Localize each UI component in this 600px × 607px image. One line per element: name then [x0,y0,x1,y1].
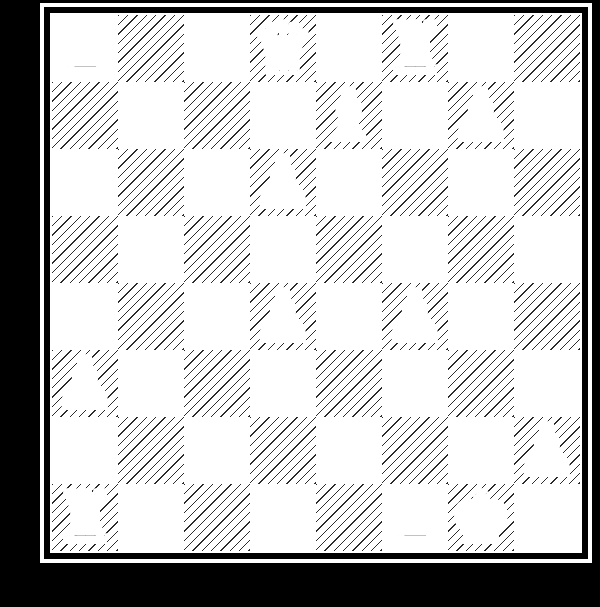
square-e7[interactable]: ♝♝ [316,82,382,149]
piece-halo: ♟ [252,282,314,351]
square-c5[interactable] [184,216,250,283]
square-h3[interactable] [514,350,580,417]
square-a4[interactable] [52,283,118,350]
piece-halo: ♟ [384,81,446,150]
square-g4[interactable] [448,283,514,350]
square-c4[interactable]: ♞♘ [184,283,250,350]
square-b4[interactable] [118,283,184,350]
square-h5[interactable] [514,216,580,283]
square-g2[interactable]: ♟♙ [448,417,514,484]
square-f2[interactable] [382,417,448,484]
square-d5[interactable] [250,216,316,283]
square-a7[interactable] [52,82,118,149]
square-b8[interactable] [118,15,184,82]
square-d2[interactable] [250,417,316,484]
square-g3[interactable] [448,350,514,417]
square-h6[interactable] [514,149,580,216]
square-f1[interactable]: ♜♖ [382,484,448,551]
piece-halo: ♟ [450,81,512,150]
piece-halo: ♛ [252,483,314,552]
square-c1[interactable] [184,484,250,551]
board-frame: ♜♜♝♝♛♛♜♜♚♚♝♝♟♟♟♟♟♟♟♟♞♘♞♘♟♟♞♞♟♙♟♟♟♙♝♗♟♙♟♙… [44,7,588,559]
square-a2[interactable]: ♟♙ [52,417,118,484]
chess-board: ♜♜♝♝♛♛♜♜♚♚♝♝♟♟♟♟♟♟♟♟♞♘♞♘♟♟♞♞♟♙♟♟♟♙♝♗♟♙♟♙… [52,15,580,551]
piece-halo: ♝ [186,14,248,83]
square-a6[interactable] [52,149,118,216]
piece-halo: ♚ [450,14,512,83]
square-d4[interactable]: ♟♟ [250,283,316,350]
piece-halo: ♜ [54,483,116,552]
square-d1[interactable]: ♛♕ [250,484,316,551]
square-g6[interactable] [448,149,514,216]
square-g8[interactable]: ♚♚ [448,15,514,82]
square-b6[interactable] [118,149,184,216]
square-e6[interactable] [316,149,382,216]
piece-halo: ♟ [516,81,578,150]
piece-halo: ♟ [54,349,116,418]
piece-halo: ♝ [318,81,380,150]
square-c6[interactable] [184,149,250,216]
square-g1[interactable]: ♚♔ [448,484,514,551]
square-b2[interactable] [118,417,184,484]
piece-halo: ♟ [120,349,182,418]
square-a5[interactable] [52,216,118,283]
square-d8[interactable]: ♛♛ [250,15,316,82]
square-e5[interactable] [316,216,382,283]
square-e8[interactable] [316,15,382,82]
piece-halo: ♟ [54,416,116,485]
square-f3[interactable]: ♝♗ [382,350,448,417]
square-e4[interactable]: ♞♞ [316,283,382,350]
square-g5[interactable] [448,216,514,283]
square-c8[interactable]: ♝♝ [184,15,250,82]
square-d6[interactable]: ♟♟ [250,149,316,216]
square-e2[interactable] [316,417,382,484]
square-b7[interactable] [118,82,184,149]
square-c2[interactable]: ♟♙ [184,417,250,484]
square-f8[interactable]: ♜♜ [382,15,448,82]
square-f4[interactable]: ♟♙ [382,283,448,350]
piece-halo: ♛ [252,14,314,83]
square-b1[interactable] [118,484,184,551]
board-margin: ♜♜♝♝♛♛♜♜♚♚♝♝♟♟♟♟♟♟♟♟♞♘♞♘♟♟♞♞♟♙♟♟♟♙♝♗♟♙♟♙… [40,3,592,563]
piece-halo: ♜ [54,14,116,83]
square-h8[interactable] [514,15,580,82]
square-c3[interactable] [184,350,250,417]
square-d3[interactable] [250,350,316,417]
square-f7[interactable]: ♟♟ [382,82,448,149]
square-e3[interactable] [316,350,382,417]
square-f6[interactable] [382,149,448,216]
square-e1[interactable] [316,484,382,551]
piece-halo: ♟ [450,416,512,485]
piece-halo: ♝ [384,349,446,418]
square-h4[interactable] [514,283,580,350]
square-h2[interactable]: ♟♙ [514,417,580,484]
square-g7[interactable]: ♟♟ [448,82,514,149]
square-d7[interactable] [250,82,316,149]
square-a3[interactable]: ♟♟ [52,350,118,417]
square-f5[interactable] [382,216,448,283]
square-h1[interactable] [514,484,580,551]
piece-halo: ♞ [318,282,380,351]
piece-halo: ♜ [384,483,446,552]
square-b5[interactable]: ♞♘ [118,216,184,283]
square-a8[interactable]: ♜♜ [52,15,118,82]
piece-halo: ♞ [120,215,182,284]
piece-halo: ♟ [252,148,314,217]
piece-halo: ♜ [384,14,446,83]
square-b3[interactable]: ♟♙ [118,350,184,417]
piece-halo: ♞ [186,282,248,351]
square-a1[interactable]: ♜♖ [52,484,118,551]
page: { "game": "chess", "orientation": "white… [0,0,600,607]
square-c7[interactable] [184,82,250,149]
piece-halo: ♟ [186,416,248,485]
square-h7[interactable]: ♟♟ [514,82,580,149]
piece-halo: ♚ [450,483,512,552]
piece-halo: ♟ [384,282,446,351]
piece-halo: ♟ [516,416,578,485]
